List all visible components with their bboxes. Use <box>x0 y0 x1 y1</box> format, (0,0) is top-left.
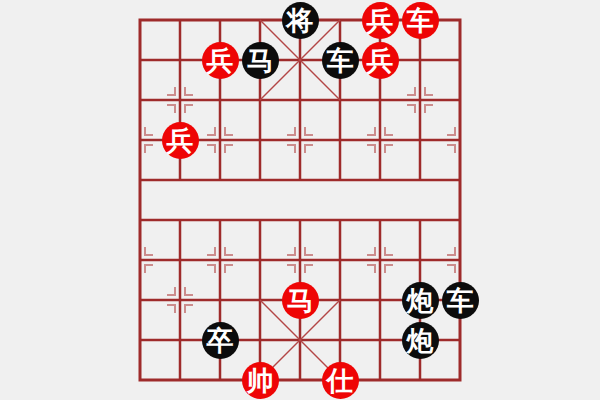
red-general[interactable]: 帅 <box>242 362 279 399</box>
black-chariot[interactable]: 车 <box>322 42 359 79</box>
red-soldier[interactable]: 兵 <box>362 42 399 79</box>
xiangqi-board: 将兵车兵马车兵兵马炮车卒炮帅仕 <box>0 0 600 400</box>
red-soldier[interactable]: 兵 <box>362 2 399 39</box>
black-chariot[interactable]: 车 <box>442 282 479 319</box>
black-horse[interactable]: 马 <box>242 42 279 79</box>
black-general[interactable]: 将 <box>282 2 319 39</box>
black-cannon[interactable]: 炮 <box>402 282 439 319</box>
black-cannon[interactable]: 炮 <box>402 322 439 359</box>
red-soldier[interactable]: 兵 <box>162 122 199 159</box>
red-soldier[interactable]: 兵 <box>202 42 239 79</box>
red-chariot[interactable]: 车 <box>402 2 439 39</box>
red-horse[interactable]: 马 <box>282 282 319 319</box>
red-advisor[interactable]: 仕 <box>322 362 359 399</box>
pieces-layer: 将兵车兵马车兵兵马炮车卒炮帅仕 <box>120 0 480 400</box>
black-soldier[interactable]: 卒 <box>202 322 239 359</box>
